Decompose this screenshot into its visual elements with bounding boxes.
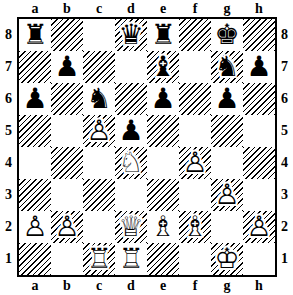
square-g2[interactable] bbox=[211, 211, 243, 243]
square-e3[interactable] bbox=[147, 179, 179, 211]
rank-label-6: 6 bbox=[0, 83, 17, 115]
piece-black-knight-g7[interactable]: ♞♞ bbox=[211, 51, 243, 83]
piece-black-pawn-b7[interactable]: ♟♟ bbox=[51, 51, 83, 83]
piece-black-pawn-a6[interactable]: ♟♟ bbox=[19, 83, 51, 115]
square-c8[interactable] bbox=[83, 19, 115, 51]
piece-black-pawn-h7[interactable]: ♟♟ bbox=[243, 51, 275, 83]
square-e2[interactable]: ♝♗ bbox=[147, 211, 179, 243]
square-g4[interactable] bbox=[211, 147, 243, 179]
square-h1[interactable] bbox=[243, 243, 275, 275]
square-d2[interactable]: ♛♕ bbox=[115, 211, 147, 243]
square-h2[interactable]: ♟♙ bbox=[243, 211, 275, 243]
chess-board: ♜♜♛♛♜♜♚♚♟♟♝♝♞♞♟♟♟♟♞♞♟♟♟♟♟♙♟♟♞♘♟♙♟♙♟♙♟♙♛♕… bbox=[17, 17, 277, 277]
square-g1[interactable]: ♚♔ bbox=[211, 243, 243, 275]
piece-white-pawn-h2[interactable]: ♟♙ bbox=[243, 211, 275, 243]
square-f1[interactable] bbox=[179, 243, 211, 275]
rank-label-2: 2 bbox=[0, 211, 17, 243]
square-h4[interactable] bbox=[243, 147, 275, 179]
piece-black-rook-e8[interactable]: ♜♜ bbox=[147, 19, 179, 51]
rank-label-4: 4 bbox=[276, 147, 293, 179]
square-f5[interactable] bbox=[179, 115, 211, 147]
file-label-a: a bbox=[19, 276, 51, 295]
file-label-f: f bbox=[179, 0, 211, 17]
rank-label-5: 5 bbox=[276, 115, 293, 147]
file-labels-bottom: abcdefgh bbox=[19, 276, 275, 295]
file-label-g: g bbox=[211, 0, 243, 17]
square-b2[interactable]: ♟♙ bbox=[51, 211, 83, 243]
file-label-h: h bbox=[243, 276, 275, 295]
square-b8[interactable] bbox=[51, 19, 83, 51]
square-b5[interactable] bbox=[51, 115, 83, 147]
square-f2[interactable]: ♝♗ bbox=[179, 211, 211, 243]
square-d7[interactable] bbox=[115, 51, 147, 83]
chess-diagram: abcdefgh abcdefgh 87654321 87654321 ♜♜♛♛… bbox=[0, 0, 293, 295]
piece-black-queen-d8[interactable]: ♛♛ bbox=[115, 19, 147, 51]
square-h5[interactable] bbox=[243, 115, 275, 147]
file-label-e: e bbox=[147, 276, 179, 295]
piece-black-pawn-e6[interactable]: ♟♟ bbox=[147, 83, 179, 115]
piece-white-knight-d4[interactable]: ♞♘ bbox=[115, 147, 147, 179]
square-c5[interactable]: ♟♙ bbox=[83, 115, 115, 147]
square-d5[interactable]: ♟♟ bbox=[115, 115, 147, 147]
square-d3[interactable] bbox=[115, 179, 147, 211]
piece-white-bishop-e2[interactable]: ♝♗ bbox=[147, 211, 179, 243]
square-a7[interactable] bbox=[19, 51, 51, 83]
square-c1[interactable]: ♜♖ bbox=[83, 243, 115, 275]
square-a8[interactable]: ♜♜ bbox=[19, 19, 51, 51]
rank-labels-left: 87654321 bbox=[0, 19, 17, 275]
rank-labels-right: 87654321 bbox=[276, 19, 293, 275]
square-g3[interactable]: ♟♙ bbox=[211, 179, 243, 211]
file-label-c: c bbox=[83, 0, 115, 17]
piece-white-queen-d2[interactable]: ♛♕ bbox=[115, 211, 147, 243]
piece-white-pawn-a2[interactable]: ♟♙ bbox=[19, 211, 51, 243]
file-label-c: c bbox=[83, 276, 115, 295]
square-h8[interactable] bbox=[243, 19, 275, 51]
rank-label-2: 2 bbox=[276, 211, 293, 243]
piece-black-knight-c6[interactable]: ♞♞ bbox=[83, 83, 115, 115]
piece-black-king-g8[interactable]: ♚♚ bbox=[211, 19, 243, 51]
square-g6[interactable]: ♟♟ bbox=[211, 83, 243, 115]
square-e6[interactable]: ♟♟ bbox=[147, 83, 179, 115]
file-label-g: g bbox=[211, 276, 243, 295]
rank-label-4: 4 bbox=[0, 147, 17, 179]
square-d4[interactable]: ♞♘ bbox=[115, 147, 147, 179]
file-label-b: b bbox=[51, 276, 83, 295]
rank-label-5: 5 bbox=[0, 115, 17, 147]
square-f4[interactable]: ♟♙ bbox=[179, 147, 211, 179]
file-label-f: f bbox=[179, 276, 211, 295]
square-a6[interactable]: ♟♟ bbox=[19, 83, 51, 115]
square-a1[interactable] bbox=[19, 243, 51, 275]
square-e7[interactable]: ♝♝ bbox=[147, 51, 179, 83]
square-a4[interactable] bbox=[19, 147, 51, 179]
square-c6[interactable]: ♞♞ bbox=[83, 83, 115, 115]
square-e8[interactable]: ♜♜ bbox=[147, 19, 179, 51]
square-b6[interactable] bbox=[51, 83, 83, 115]
square-b1[interactable] bbox=[51, 243, 83, 275]
square-c4[interactable] bbox=[83, 147, 115, 179]
file-label-b: b bbox=[51, 0, 83, 17]
square-c2[interactable] bbox=[83, 211, 115, 243]
square-f7[interactable] bbox=[179, 51, 211, 83]
rank-label-1: 1 bbox=[276, 243, 293, 275]
square-g8[interactable]: ♚♚ bbox=[211, 19, 243, 51]
square-h7[interactable]: ♟♟ bbox=[243, 51, 275, 83]
piece-black-pawn-g6[interactable]: ♟♟ bbox=[211, 83, 243, 115]
square-g5[interactable] bbox=[211, 115, 243, 147]
square-d6[interactable] bbox=[115, 83, 147, 115]
square-f3[interactable] bbox=[179, 179, 211, 211]
rank-label-1: 1 bbox=[0, 243, 17, 275]
square-a5[interactable] bbox=[19, 115, 51, 147]
file-label-d: d bbox=[115, 276, 147, 295]
file-label-h: h bbox=[243, 0, 275, 17]
file-labels-top: abcdefgh bbox=[19, 0, 275, 17]
rank-label-8: 8 bbox=[276, 19, 293, 51]
rank-label-3: 3 bbox=[0, 179, 17, 211]
square-d1[interactable]: ♜♖ bbox=[115, 243, 147, 275]
rank-label-3: 3 bbox=[276, 179, 293, 211]
square-b4[interactable] bbox=[51, 147, 83, 179]
square-c3[interactable] bbox=[83, 179, 115, 211]
square-g7[interactable]: ♞♞ bbox=[211, 51, 243, 83]
rank-label-8: 8 bbox=[0, 19, 17, 51]
rank-label-7: 7 bbox=[276, 51, 293, 83]
square-b3[interactable] bbox=[51, 179, 83, 211]
file-label-d: d bbox=[115, 0, 147, 17]
square-a3[interactable] bbox=[19, 179, 51, 211]
square-f8[interactable] bbox=[179, 19, 211, 51]
square-d8[interactable]: ♛♛ bbox=[115, 19, 147, 51]
square-a2[interactable]: ♟♙ bbox=[19, 211, 51, 243]
piece-white-king-g1[interactable]: ♚♔ bbox=[211, 243, 243, 275]
square-f6[interactable] bbox=[179, 83, 211, 115]
rank-label-7: 7 bbox=[0, 51, 17, 83]
square-b7[interactable]: ♟♟ bbox=[51, 51, 83, 83]
square-e4[interactable] bbox=[147, 147, 179, 179]
square-e5[interactable] bbox=[147, 115, 179, 147]
piece-white-rook-d1[interactable]: ♜♖ bbox=[115, 243, 147, 275]
square-h6[interactable] bbox=[243, 83, 275, 115]
piece-black-bishop-e7[interactable]: ♝♝ bbox=[147, 51, 179, 83]
square-e1[interactable] bbox=[147, 243, 179, 275]
rank-label-6: 6 bbox=[276, 83, 293, 115]
file-label-a: a bbox=[19, 0, 51, 17]
piece-white-bishop-f2[interactable]: ♝♗ bbox=[179, 211, 211, 243]
piece-black-pawn-d5[interactable]: ♟♟ bbox=[115, 115, 147, 147]
piece-white-pawn-f4[interactable]: ♟♙ bbox=[179, 147, 211, 179]
piece-white-pawn-g3[interactable]: ♟♙ bbox=[211, 179, 243, 211]
square-h3[interactable] bbox=[243, 179, 275, 211]
piece-black-rook-a8[interactable]: ♜♜ bbox=[19, 19, 51, 51]
piece-white-pawn-c5[interactable]: ♟♙ bbox=[83, 115, 115, 147]
square-c7[interactable] bbox=[83, 51, 115, 83]
piece-white-rook-c1[interactable]: ♜♖ bbox=[83, 243, 115, 275]
file-label-e: e bbox=[147, 0, 179, 17]
piece-white-pawn-b2[interactable]: ♟♙ bbox=[51, 211, 83, 243]
